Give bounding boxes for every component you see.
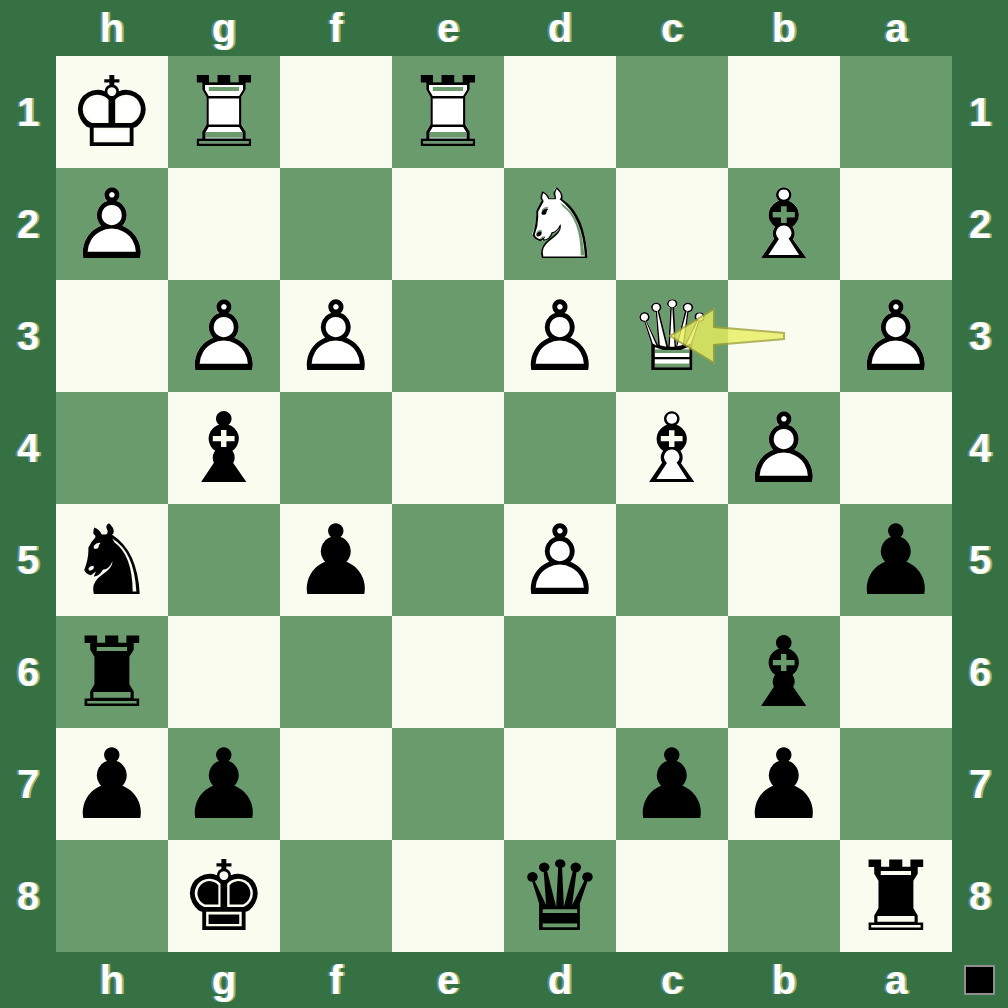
square-c3[interactable]: ♛♕ xyxy=(616,280,728,392)
piece-white-pawn: ♙ xyxy=(504,280,616,392)
coord-label-1: 1 xyxy=(0,56,56,168)
coord-label-a: a xyxy=(840,0,952,56)
square-e4[interactable] xyxy=(392,392,504,504)
coord-label-8: 8 xyxy=(952,840,1008,952)
piece-black-queen: ♛ xyxy=(504,840,616,952)
coord-label-d: d xyxy=(504,952,616,1008)
piece-white-knight-fill: ♞ xyxy=(504,168,616,280)
rank-labels-left: 12345678 xyxy=(0,56,56,952)
black-to-move-indicator xyxy=(964,965,995,995)
square-g2[interactable] xyxy=(168,168,280,280)
square-h3[interactable] xyxy=(56,280,168,392)
square-d4[interactable] xyxy=(504,392,616,504)
square-h5[interactable]: ♞ xyxy=(56,504,168,616)
square-a4[interactable] xyxy=(840,392,952,504)
square-d8[interactable]: ♛ xyxy=(504,840,616,952)
piece-white-pawn: ♙ xyxy=(56,168,168,280)
piece-white-pawn: ♙ xyxy=(728,392,840,504)
square-c1[interactable] xyxy=(616,56,728,168)
coord-label-e: e xyxy=(392,0,504,56)
square-e7[interactable] xyxy=(392,728,504,840)
square-b2[interactable]: ♝♗ xyxy=(728,168,840,280)
square-b7[interactable]: ♟ xyxy=(728,728,840,840)
coord-label-8: 8 xyxy=(0,840,56,952)
square-h7[interactable]: ♟ xyxy=(56,728,168,840)
piece-white-pawn: ♙ xyxy=(840,280,952,392)
square-a1[interactable] xyxy=(840,56,952,168)
piece-white-bishop: ♗ xyxy=(728,168,840,280)
square-a5[interactable]: ♟ xyxy=(840,504,952,616)
coord-label-2: 2 xyxy=(0,168,56,280)
square-f2[interactable] xyxy=(280,168,392,280)
piece-black-pawn: ♟ xyxy=(56,728,168,840)
square-b5[interactable] xyxy=(728,504,840,616)
coord-label-2: 2 xyxy=(952,168,1008,280)
square-h1[interactable]: ♚♔ xyxy=(56,56,168,168)
coord-label-3: 3 xyxy=(952,280,1008,392)
square-a6[interactable] xyxy=(840,616,952,728)
piece-white-bishop: ♗ xyxy=(616,392,728,504)
coord-label-e: e xyxy=(392,952,504,1008)
square-e8[interactable] xyxy=(392,840,504,952)
piece-black-pawn: ♟ xyxy=(616,728,728,840)
coord-label-6: 6 xyxy=(952,616,1008,728)
square-c4[interactable]: ♝♗ xyxy=(616,392,728,504)
square-c2[interactable] xyxy=(616,168,728,280)
chess-diagram: ♚♔♜♖♜♖♟♙♞♘♝♗♟♙♟♙♟♙♛♕♟♙♝♝♗♟♙♞♟♟♙♟♜♝♟♟♟♟♚♛… xyxy=(0,0,1008,1008)
square-f4[interactable] xyxy=(280,392,392,504)
coord-label-3: 3 xyxy=(0,280,56,392)
square-e1[interactable]: ♜♖ xyxy=(392,56,504,168)
square-g7[interactable]: ♟ xyxy=(168,728,280,840)
file-labels-top: hgfedcba xyxy=(56,0,952,56)
square-d1[interactable] xyxy=(504,56,616,168)
square-e3[interactable] xyxy=(392,280,504,392)
piece-black-rook: ♜ xyxy=(56,616,168,728)
chess-board: ♚♔♜♖♜♖♟♙♞♘♝♗♟♙♟♙♟♙♛♕♟♙♝♝♗♟♙♞♟♟♙♟♜♝♟♟♟♟♚♛… xyxy=(56,56,952,952)
square-f5[interactable]: ♟ xyxy=(280,504,392,616)
piece-black-rook: ♜ xyxy=(840,840,952,952)
square-f7[interactable] xyxy=(280,728,392,840)
square-g6[interactable] xyxy=(168,616,280,728)
piece-white-pawn-fill: ♟ xyxy=(504,280,616,392)
coord-label-g: g xyxy=(168,952,280,1008)
piece-white-pawn-fill: ♟ xyxy=(728,392,840,504)
coord-label-7: 7 xyxy=(952,728,1008,840)
square-d5[interactable]: ♟♙ xyxy=(504,504,616,616)
piece-white-knight: ♘ xyxy=(504,168,616,280)
square-g4[interactable]: ♝ xyxy=(168,392,280,504)
coord-label-c: c xyxy=(616,0,728,56)
square-h6[interactable]: ♜ xyxy=(56,616,168,728)
piece-white-bishop-fill: ♝ xyxy=(728,168,840,280)
square-b1[interactable] xyxy=(728,56,840,168)
coord-label-1: 1 xyxy=(952,56,1008,168)
square-g5[interactable] xyxy=(168,504,280,616)
square-f6[interactable] xyxy=(280,616,392,728)
coord-label-c: c xyxy=(616,952,728,1008)
square-b4[interactable]: ♟♙ xyxy=(728,392,840,504)
file-labels-bottom: hgfedcba xyxy=(56,952,952,1008)
square-e5[interactable] xyxy=(392,504,504,616)
piece-black-pawn: ♟ xyxy=(840,504,952,616)
square-d2[interactable]: ♞♘ xyxy=(504,168,616,280)
piece-white-pawn: ♙ xyxy=(280,280,392,392)
square-d7[interactable] xyxy=(504,728,616,840)
piece-black-pawn: ♟ xyxy=(728,728,840,840)
coord-label-5: 5 xyxy=(952,504,1008,616)
piece-white-rook-fill: ♜ xyxy=(392,56,504,168)
square-a3[interactable]: ♟♙ xyxy=(840,280,952,392)
piece-white-rook: ♖ xyxy=(392,56,504,168)
coord-label-b: b xyxy=(728,0,840,56)
square-b6[interactable]: ♝ xyxy=(728,616,840,728)
coord-label-d: d xyxy=(504,0,616,56)
coord-label-7: 7 xyxy=(0,728,56,840)
square-a8[interactable]: ♜ xyxy=(840,840,952,952)
square-g3[interactable]: ♟♙ xyxy=(168,280,280,392)
piece-white-pawn-fill: ♟ xyxy=(56,168,168,280)
square-b3[interactable] xyxy=(728,280,840,392)
square-c7[interactable]: ♟ xyxy=(616,728,728,840)
coord-label-f: f xyxy=(280,952,392,1008)
coord-label-a: a xyxy=(840,952,952,1008)
square-e2[interactable] xyxy=(392,168,504,280)
coord-label-h: h xyxy=(56,0,168,56)
piece-white-pawn-fill: ♟ xyxy=(504,504,616,616)
piece-white-king: ♔ xyxy=(56,56,168,168)
square-h8[interactable] xyxy=(56,840,168,952)
piece-white-queen-fill: ♛ xyxy=(616,280,728,392)
coord-label-h: h xyxy=(56,952,168,1008)
square-a2[interactable] xyxy=(840,168,952,280)
piece-white-pawn-fill: ♟ xyxy=(840,280,952,392)
square-g1[interactable]: ♜♖ xyxy=(168,56,280,168)
coord-label-g: g xyxy=(168,0,280,56)
square-c8[interactable] xyxy=(616,840,728,952)
rank-labels-right: 12345678 xyxy=(952,56,1008,952)
piece-white-pawn-fill: ♟ xyxy=(168,280,280,392)
coord-label-5: 5 xyxy=(0,504,56,616)
piece-black-pawn: ♟ xyxy=(168,728,280,840)
piece-white-queen: ♕ xyxy=(616,280,728,392)
coord-label-f: f xyxy=(280,0,392,56)
square-c6[interactable] xyxy=(616,616,728,728)
piece-white-bishop-fill: ♝ xyxy=(616,392,728,504)
coord-label-4: 4 xyxy=(0,392,56,504)
square-d3[interactable]: ♟♙ xyxy=(504,280,616,392)
square-f8[interactable] xyxy=(280,840,392,952)
coord-label-6: 6 xyxy=(0,616,56,728)
square-e6[interactable] xyxy=(392,616,504,728)
coord-label-b: b xyxy=(728,952,840,1008)
square-c5[interactable] xyxy=(616,504,728,616)
coord-label-4: 4 xyxy=(952,392,1008,504)
piece-black-pawn: ♟ xyxy=(280,504,392,616)
piece-black-bishop: ♝ xyxy=(728,616,840,728)
piece-white-pawn: ♙ xyxy=(168,280,280,392)
square-f3[interactable]: ♟♙ xyxy=(280,280,392,392)
square-h2[interactable]: ♟♙ xyxy=(56,168,168,280)
piece-black-king: ♚ xyxy=(168,840,280,952)
piece-white-pawn: ♙ xyxy=(504,504,616,616)
square-b8[interactable] xyxy=(728,840,840,952)
square-f1[interactable] xyxy=(280,56,392,168)
square-a7[interactable] xyxy=(840,728,952,840)
piece-black-knight: ♞ xyxy=(56,504,168,616)
piece-white-pawn-fill: ♟ xyxy=(280,280,392,392)
piece-white-rook-fill: ♜ xyxy=(168,56,280,168)
piece-white-king-fill: ♚ xyxy=(56,56,168,168)
square-h4[interactable] xyxy=(56,392,168,504)
piece-white-rook: ♖ xyxy=(168,56,280,168)
piece-black-bishop: ♝ xyxy=(168,392,280,504)
square-d6[interactable] xyxy=(504,616,616,728)
square-g8[interactable]: ♚ xyxy=(168,840,280,952)
